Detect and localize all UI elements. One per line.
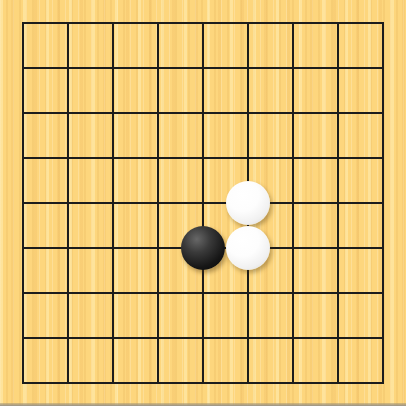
board-point[interactable] <box>136 1 181 46</box>
board-point[interactable] <box>1 316 46 361</box>
board-point[interactable] <box>136 226 181 271</box>
board-point[interactable] <box>91 271 136 316</box>
board-point[interactable] <box>361 91 406 136</box>
board-point[interactable] <box>271 1 316 46</box>
board-point[interactable] <box>316 226 361 271</box>
board-point[interactable] <box>271 46 316 91</box>
board-point[interactable] <box>46 181 91 226</box>
board-point[interactable] <box>181 46 226 91</box>
board-point[interactable] <box>1 181 46 226</box>
board-point[interactable] <box>46 46 91 91</box>
board-point[interactable] <box>91 46 136 91</box>
board-point[interactable] <box>316 271 361 316</box>
board-point[interactable] <box>226 136 271 181</box>
board-point[interactable] <box>91 136 136 181</box>
board-point[interactable] <box>361 271 406 316</box>
board-point[interactable] <box>136 91 181 136</box>
board-point[interactable] <box>271 181 316 226</box>
board-point[interactable] <box>316 46 361 91</box>
board-point[interactable] <box>361 1 406 46</box>
board-point[interactable] <box>1 226 46 271</box>
board-point[interactable] <box>271 136 316 181</box>
board-point[interactable] <box>136 271 181 316</box>
board-point[interactable] <box>136 361 181 406</box>
board-point[interactable] <box>181 136 226 181</box>
board-point[interactable] <box>91 181 136 226</box>
board-point[interactable] <box>316 316 361 361</box>
board-point[interactable] <box>136 136 181 181</box>
board-point[interactable] <box>1 1 46 46</box>
board-point[interactable] <box>46 226 91 271</box>
board-point[interactable] <box>316 361 361 406</box>
board-point[interactable] <box>316 91 361 136</box>
board-point[interactable] <box>1 136 46 181</box>
board-point[interactable] <box>271 91 316 136</box>
white-stone <box>226 181 270 225</box>
board-point[interactable] <box>46 271 91 316</box>
board-point[interactable] <box>136 181 181 226</box>
board-point[interactable] <box>181 181 226 226</box>
board-point[interactable] <box>226 271 271 316</box>
board-point[interactable] <box>271 361 316 406</box>
board-point[interactable] <box>316 1 361 46</box>
board-point[interactable] <box>361 46 406 91</box>
board-point[interactable] <box>91 1 136 46</box>
board-point[interactable] <box>316 181 361 226</box>
board-point[interactable] <box>136 316 181 361</box>
board-point[interactable] <box>46 316 91 361</box>
white-stone <box>226 226 270 270</box>
board-point[interactable] <box>1 91 46 136</box>
board-point[interactable] <box>91 91 136 136</box>
board-point[interactable] <box>361 136 406 181</box>
board-point[interactable] <box>1 46 46 91</box>
board-point[interactable] <box>316 136 361 181</box>
board-point[interactable] <box>226 46 271 91</box>
board-point[interactable] <box>361 316 406 361</box>
board-point[interactable] <box>46 91 91 136</box>
board-point[interactable] <box>91 316 136 361</box>
board-point[interactable] <box>46 1 91 46</box>
board-point[interactable] <box>181 1 226 46</box>
board-point[interactable] <box>91 361 136 406</box>
board-point[interactable] <box>226 91 271 136</box>
board-point[interactable] <box>361 361 406 406</box>
board-points <box>1 1 406 406</box>
board-point[interactable] <box>136 46 181 91</box>
go-board[interactable] <box>0 0 406 406</box>
board-point[interactable] <box>1 361 46 406</box>
board-point[interactable] <box>181 316 226 361</box>
board-point[interactable] <box>271 226 316 271</box>
board-point[interactable] <box>226 1 271 46</box>
board-point[interactable] <box>271 316 316 361</box>
black-stone <box>181 226 225 270</box>
board-point[interactable] <box>181 271 226 316</box>
board-point[interactable] <box>226 316 271 361</box>
board-point[interactable] <box>361 181 406 226</box>
board-point[interactable] <box>181 91 226 136</box>
board-point[interactable] <box>46 136 91 181</box>
board-point[interactable] <box>271 271 316 316</box>
board-point[interactable] <box>226 361 271 406</box>
board-point[interactable] <box>181 361 226 406</box>
board-point[interactable] <box>91 226 136 271</box>
board-point[interactable] <box>46 361 91 406</box>
board-point[interactable] <box>361 226 406 271</box>
board-point[interactable] <box>1 271 46 316</box>
